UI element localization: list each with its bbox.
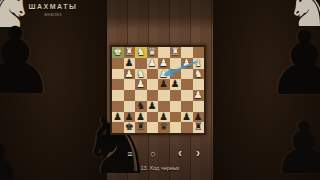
piece-wP: ♟: [158, 58, 170, 69]
square-r1c4[interactable]: ♛: [147, 47, 159, 58]
square-r1c1[interactable]: ♚: [112, 47, 124, 58]
square-r4c2[interactable]: [124, 79, 136, 90]
piece-wN: ♞: [135, 69, 147, 80]
piece-bP: ♟: [193, 112, 205, 123]
square-r3c7[interactable]: [181, 69, 193, 80]
piece-bP: ♟: [158, 112, 170, 123]
square-r3c2[interactable]: ♟: [124, 69, 136, 80]
square-r2c4[interactable]: ♟: [147, 58, 159, 69]
square-r4c6[interactable]: ♟: [170, 79, 182, 90]
piece-wN: ♞: [193, 69, 205, 80]
square-r5c6[interactable]: [170, 90, 182, 101]
square-r1c7[interactable]: [181, 47, 193, 58]
square-r8c1[interactable]: [112, 122, 124, 133]
square-r6c7[interactable]: [181, 101, 193, 112]
piece-wP: ♟: [147, 58, 159, 69]
square-r5c7[interactable]: [181, 90, 193, 101]
square-r5c1[interactable]: [112, 90, 124, 101]
square-r8c8[interactable]: ♜: [193, 122, 205, 133]
square-r8c4[interactable]: [147, 122, 159, 133]
piece-bP: ♟: [124, 112, 136, 123]
chess-board-frame: ♚♜♞♛♜♟♟♟♟♝♟♞♟♞♟♟♟♟♞♟♟♟♟♟♟♟♚♜♛♜: [110, 45, 206, 135]
square-r7c7[interactable]: ♟: [181, 112, 193, 123]
piece-wP: ♟: [135, 79, 147, 90]
black-pawn-silhouette-bottom-left: ♟: [0, 126, 23, 180]
square-r7c6[interactable]: [170, 112, 182, 123]
square-r6c3[interactable]: ♞: [135, 101, 147, 112]
piece-wQ: ♛: [147, 47, 159, 58]
square-r4c8[interactable]: [193, 79, 205, 90]
square-r1c2[interactable]: ♜: [124, 47, 136, 58]
square-r1c3[interactable]: ♞: [135, 47, 147, 58]
piece-wR: ♜: [124, 47, 136, 58]
square-r2c7[interactable]: ♟: [181, 58, 193, 69]
square-r2c2[interactable]: ♟: [124, 58, 136, 69]
piece-bK: ♚: [124, 122, 136, 133]
piece-bP: ♟: [170, 79, 182, 90]
piece-wK: ♚: [112, 47, 124, 58]
square-r7c3[interactable]: ♟: [135, 112, 147, 123]
square-r6c4[interactable]: ♟: [147, 101, 159, 112]
square-r1c5[interactable]: [158, 47, 170, 58]
square-r5c5[interactable]: [158, 90, 170, 101]
screenshot-stage: ♞ ♟ ♟ ♞ ♟ ♟ ШАХМАТЫ анализ ♞ ♚♜♞♛♜♟♟♟♟♝♟…: [0, 0, 320, 180]
square-r7c5[interactable]: ♟: [158, 112, 170, 123]
square-r4c5[interactable]: ♟: [158, 79, 170, 90]
piece-bP: ♟: [135, 112, 147, 123]
menu-button[interactable]: ≡: [123, 148, 137, 160]
square-r3c1[interactable]: [112, 69, 124, 80]
square-r7c4[interactable]: [147, 112, 159, 123]
previous-move-button[interactable]: ‹: [174, 147, 186, 159]
chess-board[interactable]: ♚♜♞♛♜♟♟♟♟♝♟♞♟♞♟♟♟♟♞♟♟♟♟♟♟♟♚♜♛♜: [112, 47, 204, 133]
piece-bR: ♜: [135, 122, 147, 133]
piece-wP: ♟: [158, 69, 170, 80]
piece-bP: ♟: [124, 58, 136, 69]
piece-wB: ♝: [193, 58, 205, 69]
square-r5c8[interactable]: ♟: [193, 90, 205, 101]
black-pawn-silhouette-left: ♟: [0, 16, 56, 108]
square-r3c3[interactable]: ♞: [135, 69, 147, 80]
square-r2c1[interactable]: [112, 58, 124, 69]
square-r4c1[interactable]: [112, 79, 124, 90]
piece-bP: ♟: [147, 101, 159, 112]
square-r3c6[interactable]: [170, 69, 182, 80]
square-r8c2[interactable]: ♚: [124, 122, 136, 133]
square-r8c3[interactable]: ♜: [135, 122, 147, 133]
piece-bP: ♟: [112, 112, 124, 123]
square-r6c8[interactable]: [193, 101, 205, 112]
piece-wN: ♞: [135, 47, 147, 58]
piece-wP: ♟: [181, 58, 193, 69]
square-r3c4[interactable]: [147, 69, 159, 80]
square-r6c1[interactable]: [112, 101, 124, 112]
square-r1c6[interactable]: ♜: [170, 47, 182, 58]
square-r6c6[interactable]: [170, 101, 182, 112]
square-r2c5[interactable]: ♟: [158, 58, 170, 69]
square-r5c3[interactable]: [135, 90, 147, 101]
black-pawn-silhouette-bottom-right: ♟: [271, 112, 320, 180]
square-r7c1[interactable]: ♟: [112, 112, 124, 123]
square-r1c8[interactable]: [193, 47, 205, 58]
square-r2c6[interactable]: [170, 58, 182, 69]
piece-wR: ♜: [170, 47, 182, 58]
square-r5c2[interactable]: [124, 90, 136, 101]
next-move-button[interactable]: ›: [192, 147, 204, 159]
square-r7c2[interactable]: ♟: [124, 112, 136, 123]
move-status-caption: 13. Ход черных: [107, 165, 213, 171]
square-r3c8[interactable]: ♞: [193, 69, 205, 80]
app-title: ШАХМАТЫ: [0, 3, 106, 10]
app-subtitle: анализ: [0, 12, 106, 17]
square-r5c4[interactable]: [147, 90, 159, 101]
square-r8c6[interactable]: [170, 122, 182, 133]
black-pawn-silhouette-right: ♟: [265, 20, 320, 108]
piece-bP: ♟: [181, 112, 193, 123]
piece-bR: ♜: [193, 122, 205, 133]
piece-wP: ♟: [193, 90, 205, 101]
square-r8c5[interactable]: ♛: [158, 122, 170, 133]
square-r2c3[interactable]: [135, 58, 147, 69]
square-r4c7[interactable]: [181, 79, 193, 90]
square-r6c5[interactable]: [158, 101, 170, 112]
piece-bQ: ♛: [158, 122, 170, 133]
right-letterbox-panel: ♞ ♟ ♟: [213, 0, 320, 180]
piece-bP: ♟: [158, 79, 170, 90]
square-r8c7[interactable]: [181, 122, 193, 133]
reset-game-button[interactable]: ○: [146, 148, 160, 160]
square-r4c3[interactable]: ♟: [135, 79, 147, 90]
piece-bN: ♞: [135, 101, 147, 112]
square-r4c4[interactable]: [147, 79, 159, 90]
piece-wP: ♟: [124, 69, 136, 80]
square-r3c5[interactable]: ♟: [158, 69, 170, 80]
square-r2c8[interactable]: ♝: [193, 58, 205, 69]
square-r6c2[interactable]: [124, 101, 136, 112]
square-r7c8[interactable]: ♟: [193, 112, 205, 123]
